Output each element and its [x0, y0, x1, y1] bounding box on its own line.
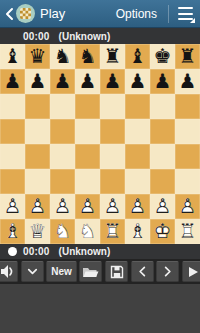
piece-black-pawn[interactable]: ♟ — [75, 69, 100, 94]
new-game-button[interactable]: New — [46, 261, 77, 282]
square-h4[interactable] — [175, 144, 200, 169]
square-g7[interactable]: ♟ — [150, 69, 175, 94]
square-e2[interactable]: ♟♙ — [100, 194, 125, 219]
square-h2[interactable]: ♟♙ — [175, 194, 200, 219]
piece-black-rook[interactable]: ♜ — [100, 44, 125, 69]
square-d3[interactable] — [75, 169, 100, 194]
piece-white-pawn[interactable]: ♟♙ — [100, 194, 125, 219]
piece-black-pawn[interactable]: ♟ — [175, 69, 200, 94]
piece-black-rook[interactable]: ♜ — [175, 44, 200, 69]
speaker-icon — [0, 264, 15, 279]
save-game-button[interactable] — [105, 261, 128, 282]
sound-button[interactable] — [0, 261, 18, 282]
square-b6[interactable] — [25, 94, 50, 119]
piece-black-pawn[interactable]: ♟ — [125, 69, 150, 94]
square-d2[interactable]: ♟♙ — [75, 194, 100, 219]
square-g3[interactable] — [150, 169, 175, 194]
square-e4[interactable] — [100, 144, 125, 169]
piece-black-pawn[interactable]: ♟ — [0, 69, 25, 94]
square-c4[interactable] — [50, 144, 75, 169]
square-a5[interactable] — [0, 119, 25, 144]
page-title: Play — [40, 6, 116, 21]
piece-white-pawn[interactable]: ♟♙ — [25, 194, 50, 219]
action-bar: Play Options — [0, 0, 200, 28]
new-game-label: New — [47, 266, 76, 277]
piece-black-bishop[interactable]: ♝ — [125, 44, 150, 69]
square-f7[interactable]: ♟ — [125, 69, 150, 94]
chevron-right-icon — [160, 264, 175, 279]
square-d6[interactable] — [75, 94, 100, 119]
square-f3[interactable] — [125, 169, 150, 194]
piece-white-queen[interactable]: ♛♕ — [25, 219, 50, 244]
square-c7[interactable]: ♟ — [50, 69, 75, 94]
square-d1[interactable]: ♞♘ — [75, 219, 100, 244]
square-c3[interactable] — [50, 169, 75, 194]
top-player-clock: 00:00 — [23, 31, 50, 42]
square-c2[interactable]: ♟♙ — [50, 194, 75, 219]
top-player-bar: 00:00 (Unknown) — [0, 28, 200, 44]
chevron-down-icon — [25, 264, 40, 279]
overflow-menu-icon[interactable] — [178, 7, 193, 20]
options-button[interactable]: Options — [116, 7, 157, 21]
square-c5[interactable] — [50, 119, 75, 144]
square-c8[interactable]: ♞ — [50, 44, 75, 69]
square-g8[interactable]: ♚ — [150, 44, 175, 69]
piece-white-pawn[interactable]: ♟♙ — [50, 194, 75, 219]
square-a8[interactable]: ♝ — [0, 44, 25, 69]
square-e3[interactable] — [100, 169, 125, 194]
prev-move-button[interactable] — [131, 261, 154, 282]
square-h1[interactable]: ♜♖ — [175, 219, 200, 244]
piece-black-bishop[interactable]: ♝ — [0, 44, 25, 69]
piece-black-pawn[interactable]: ♟ — [50, 69, 75, 94]
square-f2[interactable]: ♟♙ — [125, 194, 150, 219]
square-h8[interactable]: ♜ — [175, 44, 200, 69]
actionbar-divider — [168, 5, 169, 23]
piece-white-rook[interactable]: ♜♖ — [100, 219, 125, 244]
square-e1[interactable]: ♜♖ — [100, 219, 125, 244]
square-g6[interactable] — [150, 94, 175, 119]
chevron-left-icon — [135, 264, 150, 279]
square-a7[interactable]: ♟ — [0, 69, 25, 94]
piece-black-knight[interactable]: ♞ — [75, 44, 100, 69]
top-player-name: (Unknown) — [59, 31, 111, 42]
square-d8[interactable]: ♞ — [75, 44, 100, 69]
piece-white-rook[interactable]: ♜♖ — [175, 219, 200, 244]
bottom-player-clock: 00:00 — [23, 246, 50, 257]
square-e8[interactable]: ♜ — [100, 44, 125, 69]
piece-white-pawn[interactable]: ♟♙ — [175, 194, 200, 219]
square-b2[interactable]: ♟♙ — [25, 194, 50, 219]
square-a6[interactable] — [0, 94, 25, 119]
next-move-button[interactable] — [156, 261, 179, 282]
piece-black-pawn[interactable]: ♟ — [100, 69, 125, 94]
piece-white-knight[interactable]: ♞♘ — [75, 219, 100, 244]
square-a2[interactable]: ♟♙ — [0, 194, 25, 219]
square-b5[interactable] — [25, 119, 50, 144]
play-forward-icon — [186, 265, 200, 279]
square-h3[interactable] — [175, 169, 200, 194]
piece-white-pawn[interactable]: ♟♙ — [125, 194, 150, 219]
square-f6[interactable] — [125, 94, 150, 119]
square-f5[interactable] — [125, 119, 150, 144]
square-b3[interactable] — [25, 169, 50, 194]
square-c1[interactable]: ♞♘ — [50, 219, 75, 244]
square-e6[interactable] — [100, 94, 125, 119]
piece-white-knight[interactable]: ♞♘ — [50, 219, 75, 244]
back-icon[interactable] — [4, 7, 14, 21]
piece-black-king[interactable]: ♚ — [150, 44, 175, 69]
piece-white-king[interactable]: ♚♔ — [150, 219, 175, 244]
square-a1[interactable]: ♝♗ — [0, 219, 25, 244]
collapse-button[interactable] — [21, 261, 44, 282]
square-g1[interactable]: ♚♔ — [150, 219, 175, 244]
piece-black-pawn[interactable]: ♟ — [25, 69, 50, 94]
piece-black-queen[interactable]: ♛ — [25, 44, 50, 69]
piece-white-pawn[interactable]: ♟♙ — [150, 194, 175, 219]
turn-indicator-black — [8, 32, 17, 41]
autoplay-button[interactable] — [182, 261, 200, 282]
square-g2[interactable]: ♟♙ — [150, 194, 175, 219]
square-g4[interactable] — [150, 144, 175, 169]
bottom-player-name: (Unknown) — [59, 246, 111, 257]
turn-indicator-white — [8, 247, 17, 256]
piece-white-pawn[interactable]: ♟♙ — [0, 194, 25, 219]
square-f8[interactable]: ♝ — [125, 44, 150, 69]
square-c6[interactable] — [50, 94, 75, 119]
piece-black-knight[interactable]: ♞ — [50, 44, 75, 69]
square-d5[interactable] — [75, 119, 100, 144]
chess-board[interactable]: ♝♛♞♞♜♝♚♜♟♟♟♟♟♟♟♟♟♙♟♙♟♙♟♙♟♙♟♙♟♙♟♙♝♗♛♕♞♘♞♘… — [0, 44, 200, 244]
square-e5[interactable] — [100, 119, 125, 144]
square-g5[interactable] — [150, 119, 175, 144]
piece-white-pawn[interactable]: ♟♙ — [75, 194, 100, 219]
square-a4[interactable] — [0, 144, 25, 169]
square-e7[interactable]: ♟ — [100, 69, 125, 94]
piece-black-pawn[interactable]: ♟ — [150, 69, 175, 94]
square-d7[interactable]: ♟ — [75, 69, 100, 94]
app-checkerboard-icon[interactable] — [16, 4, 35, 23]
square-b1[interactable]: ♛♕ — [25, 219, 50, 244]
checker-pattern — [20, 8, 31, 19]
square-f1[interactable]: ♝♗ — [125, 219, 150, 244]
save-icon — [110, 265, 124, 279]
square-b8[interactable]: ♛ — [25, 44, 50, 69]
game-toolbar: New — [0, 259, 200, 284]
piece-white-bishop[interactable]: ♝♗ — [0, 219, 25, 244]
open-folder-icon — [82, 265, 99, 279]
square-d4[interactable] — [75, 144, 100, 169]
load-game-button[interactable] — [79, 261, 102, 282]
square-b4[interactable] — [25, 144, 50, 169]
piece-white-bishop[interactable]: ♝♗ — [125, 219, 150, 244]
square-h7[interactable]: ♟ — [175, 69, 200, 94]
square-b7[interactable]: ♟ — [25, 69, 50, 94]
square-f4[interactable] — [125, 144, 150, 169]
bottom-player-bar: 00:00 (Unknown) — [0, 244, 200, 259]
square-h5[interactable] — [175, 119, 200, 144]
square-a3[interactable] — [0, 169, 25, 194]
move-list-area — [0, 284, 200, 333]
square-h6[interactable] — [175, 94, 200, 119]
